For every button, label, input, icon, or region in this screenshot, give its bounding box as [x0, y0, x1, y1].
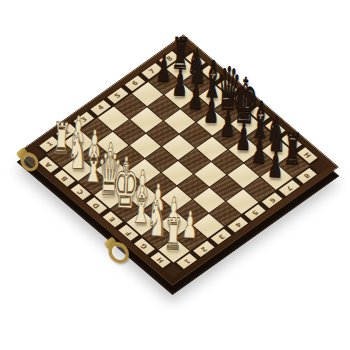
black-pawn[interactable]: ♟ [171, 64, 188, 102]
file-label-text: G [140, 243, 150, 250]
file-label-text: H [156, 256, 166, 264]
black-pawn[interactable]: ♟ [187, 77, 204, 115]
board-frame: ABCDEFGH8♜♞♝♛♚♝♞♜87♟♟♟♟♟♟♟♟7665544332♟♟♟… [17, 34, 339, 285]
file-label-text: F [124, 229, 133, 236]
white-pawn[interactable]: ♟ [181, 206, 198, 244]
board-grid: ABCDEFGH8♜♞♝♛♚♝♞♜87♟♟♟♟♟♟♟♟7665544332♟♟♟… [27, 42, 329, 278]
rank-label-text: 5 [113, 92, 122, 99]
black-pawn[interactable]: ♟ [267, 145, 284, 183]
black-pawn[interactable]: ♟ [203, 91, 220, 129]
chessboard: ABCDEFGH8♜♞♝♛♚♝♞♜87♟♟♟♟♟♟♟♟7665544332♟♟♟… [17, 34, 339, 285]
rank-label-text: 6 [268, 197, 277, 204]
file-label-text: E [108, 216, 117, 223]
rank-label-text: 1 [182, 257, 191, 264]
black-rook[interactable]: ♜ [282, 128, 302, 172]
file-label-text: D [92, 202, 102, 210]
black-pawn[interactable]: ♟ [251, 132, 268, 170]
black-pawn[interactable]: ♟ [155, 50, 172, 88]
file-label-text: A [44, 161, 53, 168]
file-label-text: H [302, 152, 312, 160]
rank-label-text: 2 [199, 245, 208, 252]
file-label-text: C [76, 188, 85, 195]
rank-label-text: 5 [251, 209, 260, 216]
rank-label-text: 7 [285, 185, 294, 192]
photo-background: ABCDEFGH8♜♞♝♛♚♝♞♜87♟♟♟♟♟♟♟♟7665544332♟♟♟… [0, 0, 350, 350]
rank-label-text: 8 [302, 172, 311, 179]
file-label-text: B [60, 175, 69, 182]
black-pawn[interactable]: ♟ [219, 105, 236, 143]
rank-label-text: 6 [131, 80, 140, 87]
white-rook[interactable]: ♜ [163, 213, 183, 257]
black-pawn[interactable]: ♟ [235, 118, 252, 156]
rank-label-text: 3 [217, 233, 226, 240]
rank-label-text: 4 [96, 104, 105, 111]
rank-label-text: 4 [234, 221, 243, 228]
